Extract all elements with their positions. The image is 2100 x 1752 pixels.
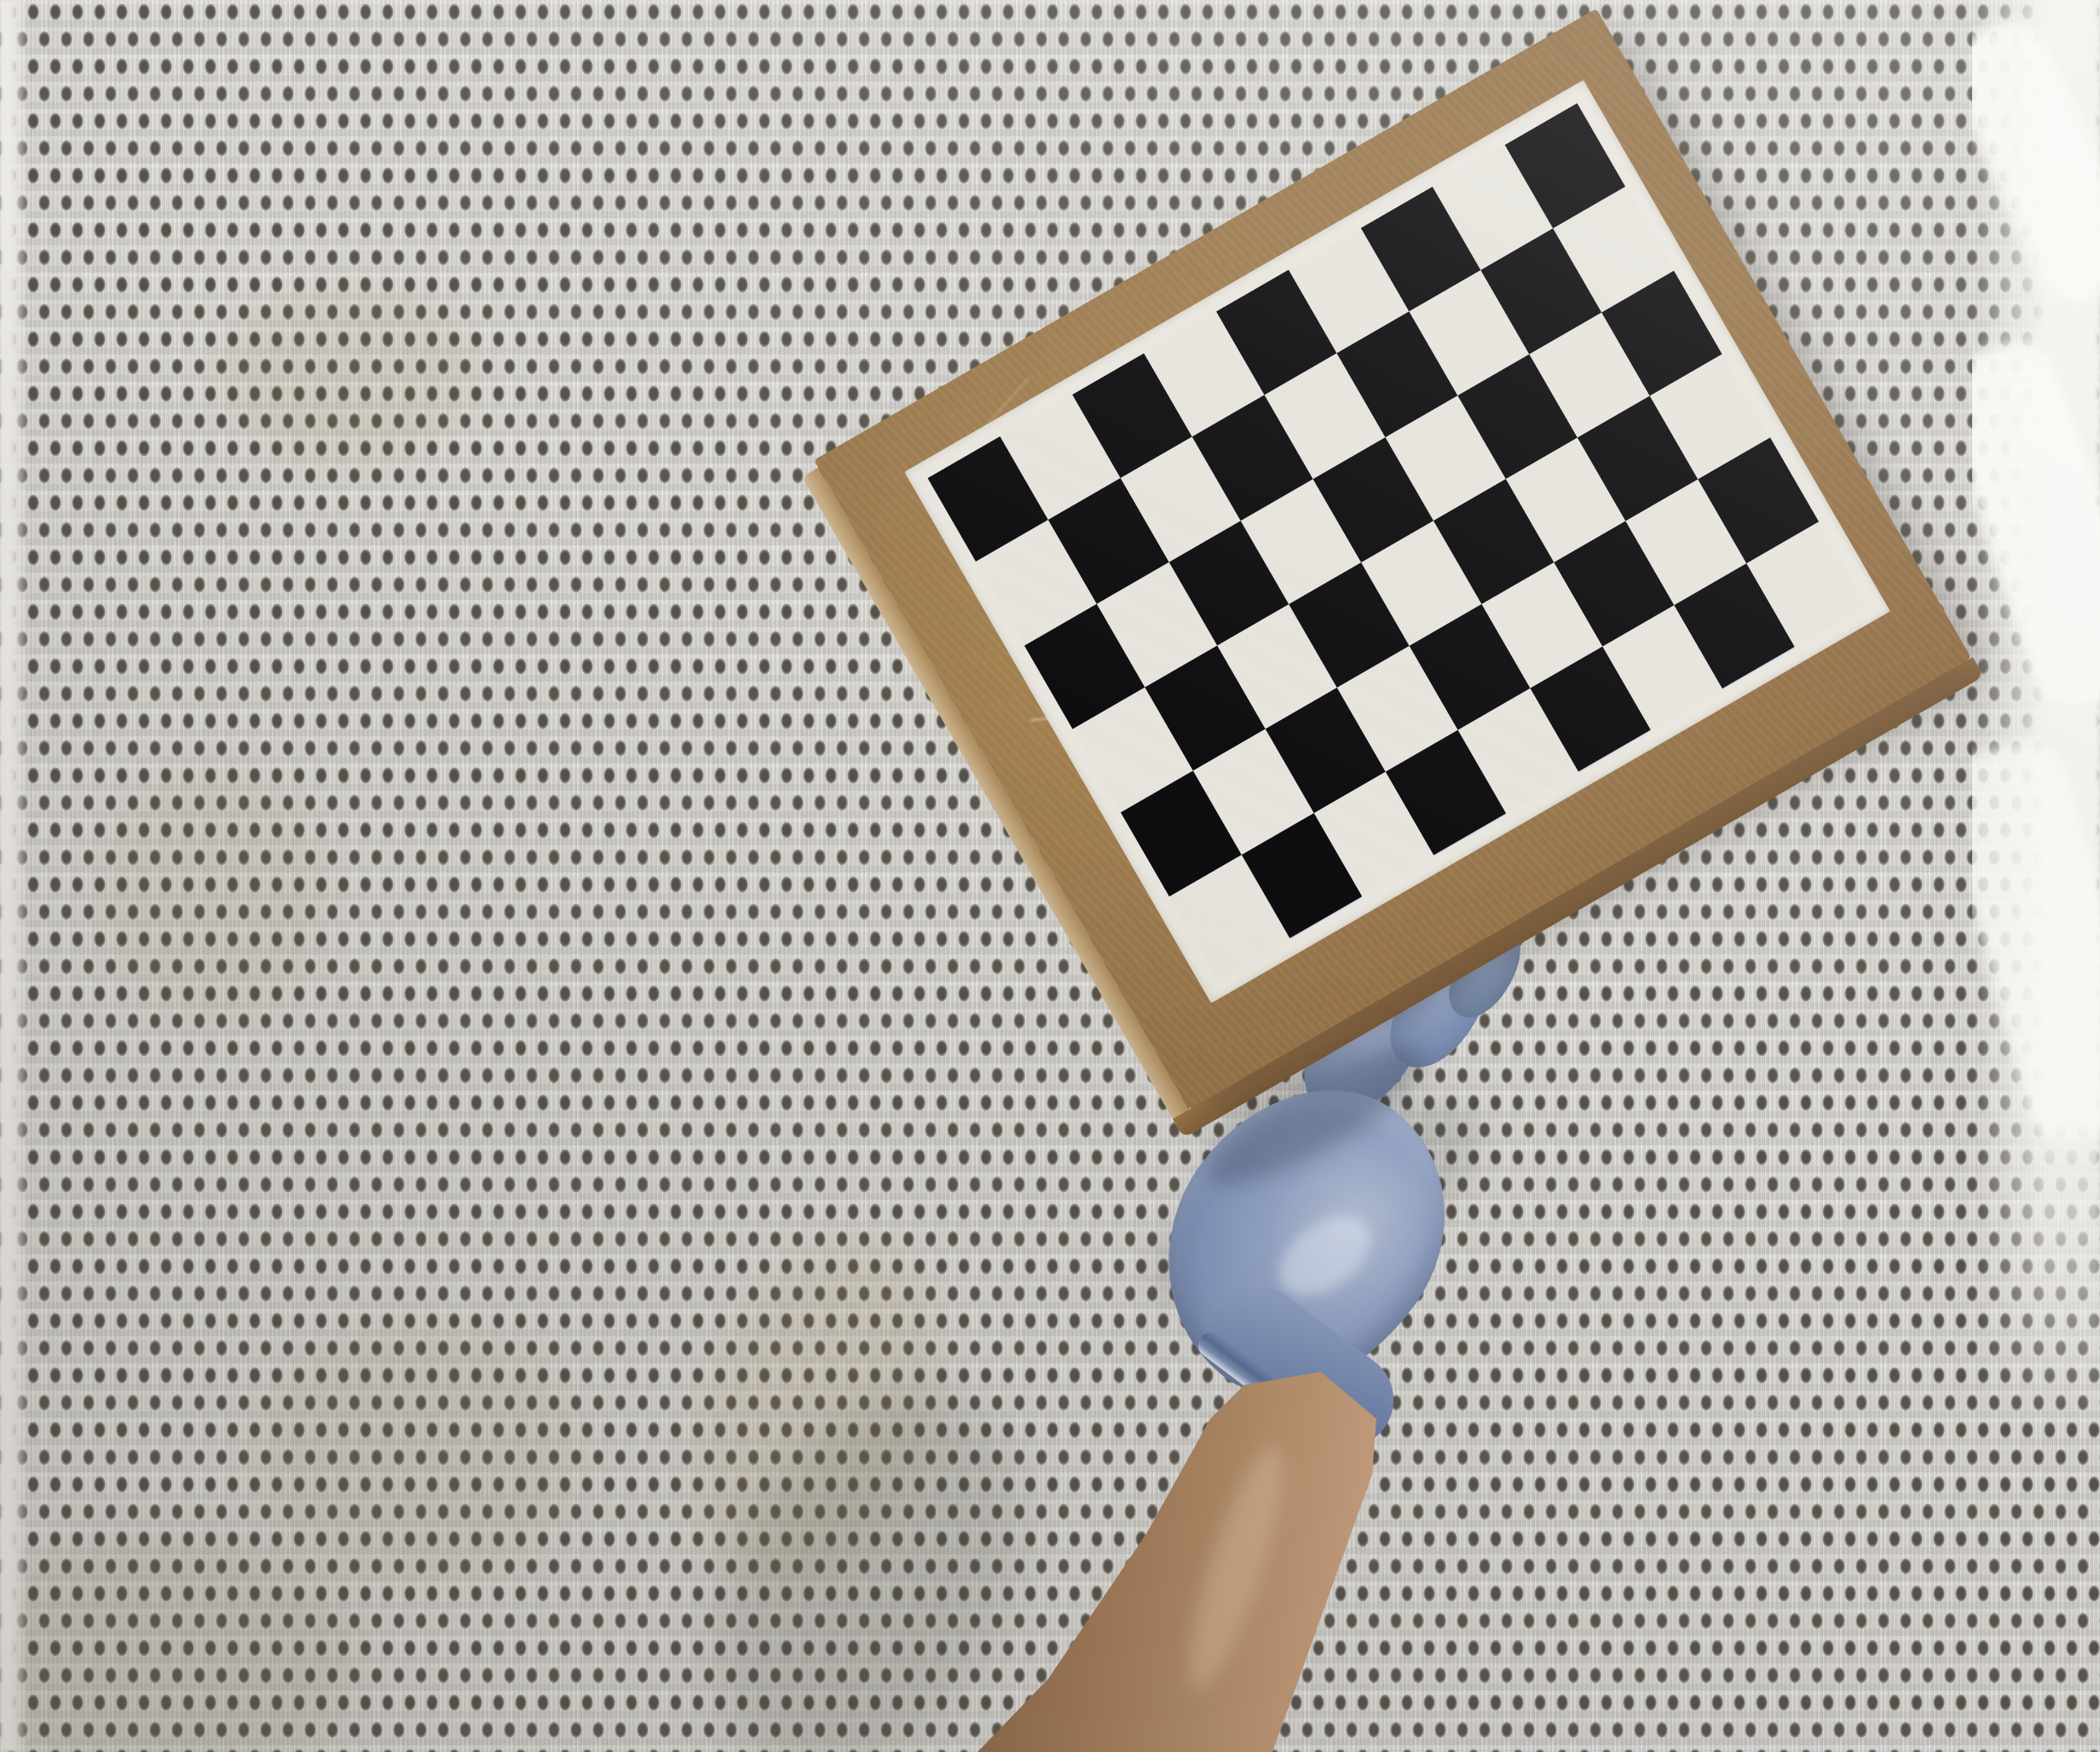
belt-stain: [102, 767, 324, 1023]
belt-stain: [222, 290, 477, 460]
belt-stain: [256, 1329, 580, 1585]
belt-left-edge-band: [0, 0, 29, 1752]
photo-scene: [0, 0, 2100, 1752]
forearm-highlight: [1172, 1438, 1300, 1697]
belt-right-side-wall: [1972, 0, 2100, 1440]
